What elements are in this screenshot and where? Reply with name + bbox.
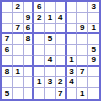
sudoku-cell-r4c8[interactable] bbox=[77, 34, 88, 45]
sudoku-cell-r6c6[interactable] bbox=[56, 56, 67, 67]
sudoku-cell-r9c8[interactable]: 1 bbox=[77, 88, 88, 99]
sudoku-cell-r2c4[interactable]: 2 bbox=[34, 13, 45, 24]
sudoku-cell-r5c7[interactable] bbox=[67, 45, 78, 56]
sudoku-cell-r6c3[interactable] bbox=[24, 56, 35, 67]
sudoku-cell-r8c8[interactable] bbox=[77, 77, 88, 88]
sudoku-cell-r9c3[interactable] bbox=[24, 88, 35, 99]
sudoku-cell-r4c4[interactable] bbox=[34, 34, 45, 45]
sudoku-cell-r6c7[interactable]: 1 bbox=[67, 56, 78, 67]
sudoku-cell-r2c1[interactable] bbox=[2, 13, 13, 24]
sudoku-cell-r5c3[interactable] bbox=[24, 45, 35, 56]
sudoku-cell-r3c4[interactable] bbox=[34, 24, 45, 35]
sudoku-cell-r6c8[interactable] bbox=[77, 56, 88, 67]
sudoku-cell-r9c5[interactable] bbox=[45, 88, 56, 99]
sudoku-cell-r2c2[interactable] bbox=[13, 13, 24, 24]
sudoku-cell-r3c2[interactable]: 7 bbox=[13, 24, 24, 35]
sudoku-cell-r5c5[interactable] bbox=[45, 45, 56, 56]
sudoku-cell-r9c4[interactable] bbox=[34, 88, 45, 99]
sudoku-cell-r1c2[interactable]: 2 bbox=[13, 2, 24, 13]
sudoku-cell-r8c5[interactable]: 3 bbox=[45, 77, 56, 88]
sudoku-cell-r5c2[interactable] bbox=[13, 45, 24, 56]
sudoku-cell-r1c3[interactable] bbox=[24, 2, 35, 13]
sudoku-cell-r1c9[interactable]: 3 bbox=[88, 2, 99, 13]
sudoku-cell-r5c6[interactable] bbox=[56, 45, 67, 56]
sudoku-cell-r9c9[interactable] bbox=[88, 88, 99, 99]
sudoku-cell-r4c1[interactable]: 7 bbox=[2, 34, 13, 45]
sudoku-cell-r3c3[interactable]: 6 bbox=[24, 24, 35, 35]
sudoku-cell-r1c7[interactable] bbox=[67, 2, 78, 13]
sudoku-cell-r3c6[interactable] bbox=[56, 24, 67, 35]
sudoku-cell-r8c6[interactable]: 2 bbox=[56, 77, 67, 88]
sudoku-cell-r7c9[interactable] bbox=[88, 67, 99, 78]
sudoku-cell-r7c6[interactable] bbox=[56, 67, 67, 78]
sudoku-cell-r8c7[interactable]: 4 bbox=[67, 77, 78, 88]
sudoku-cell-r9c2[interactable] bbox=[13, 88, 24, 99]
sudoku-cell-r2c5[interactable]: 1 bbox=[45, 13, 56, 24]
sudoku-cell-r5c8[interactable] bbox=[77, 45, 88, 56]
sudoku-cell-r6c4[interactable] bbox=[34, 56, 45, 67]
sudoku-cell-r7c4[interactable] bbox=[34, 67, 45, 78]
sudoku-cell-r8c9[interactable] bbox=[88, 77, 99, 88]
sudoku-cell-r7c2[interactable]: 1 bbox=[13, 67, 24, 78]
sudoku-cell-r6c9[interactable]: 9 bbox=[88, 56, 99, 67]
sudoku-cell-r7c8[interactable]: 7 bbox=[77, 67, 88, 78]
sudoku-cell-r7c7[interactable]: 3 bbox=[67, 67, 78, 78]
sudoku-cell-r7c1[interactable]: 8 bbox=[2, 67, 13, 78]
sudoku-cell-r2c7[interactable] bbox=[67, 13, 78, 24]
sudoku-cell-r9c7[interactable] bbox=[67, 88, 78, 99]
sudoku-cell-r8c4[interactable]: 1 bbox=[34, 77, 45, 88]
sudoku-cell-r9c1[interactable]: 5 bbox=[2, 88, 13, 99]
sudoku-cell-r3c1[interactable] bbox=[2, 24, 13, 35]
sudoku-cell-r1c8[interactable] bbox=[77, 2, 88, 13]
sudoku-cell-r2c6[interactable]: 4 bbox=[56, 13, 67, 24]
sudoku-cell-r3c7[interactable] bbox=[67, 24, 78, 35]
sudoku-cell-r4c3[interactable]: 8 bbox=[24, 34, 35, 45]
sudoku-cell-r1c5[interactable] bbox=[45, 2, 56, 13]
sudoku-board: 263921476917856541981371324571 bbox=[0, 0, 101, 101]
sudoku-cell-r7c5[interactable] bbox=[45, 67, 56, 78]
sudoku-cell-r4c7[interactable] bbox=[67, 34, 78, 45]
sudoku-cell-r4c9[interactable] bbox=[88, 34, 99, 45]
sudoku-cell-r5c9[interactable]: 5 bbox=[88, 45, 99, 56]
sudoku-cell-r6c1[interactable] bbox=[2, 56, 13, 67]
sudoku-cell-r6c2[interactable] bbox=[13, 56, 24, 67]
sudoku-cell-r1c4[interactable]: 6 bbox=[34, 2, 45, 13]
sudoku-cell-r4c5[interactable]: 5 bbox=[45, 34, 56, 45]
sudoku-cell-r4c2[interactable] bbox=[13, 34, 24, 45]
sudoku-cell-r3c8[interactable]: 9 bbox=[77, 24, 88, 35]
sudoku-cell-r3c9[interactable]: 1 bbox=[88, 24, 99, 35]
sudoku-cell-r2c3[interactable]: 9 bbox=[24, 13, 35, 24]
sudoku-cell-r1c6[interactable] bbox=[56, 2, 67, 13]
sudoku-cell-r4c6[interactable] bbox=[56, 34, 67, 45]
sudoku-cell-r8c1[interactable] bbox=[2, 77, 13, 88]
sudoku-cell-r9c6[interactable]: 7 bbox=[56, 88, 67, 99]
sudoku-cell-r3c5[interactable] bbox=[45, 24, 56, 35]
sudoku-cell-r5c1[interactable]: 6 bbox=[2, 45, 13, 56]
sudoku-cell-r8c2[interactable] bbox=[13, 77, 24, 88]
sudoku-cell-r6c5[interactable]: 4 bbox=[45, 56, 56, 67]
sudoku-cell-r8c3[interactable] bbox=[24, 77, 35, 88]
sudoku-cell-r2c9[interactable] bbox=[88, 13, 99, 24]
sudoku-cell-r5c4[interactable] bbox=[34, 45, 45, 56]
sudoku-cell-r1c1[interactable] bbox=[2, 2, 13, 13]
sudoku-cell-r2c8[interactable] bbox=[77, 13, 88, 24]
sudoku-cell-r7c3[interactable] bbox=[24, 67, 35, 78]
